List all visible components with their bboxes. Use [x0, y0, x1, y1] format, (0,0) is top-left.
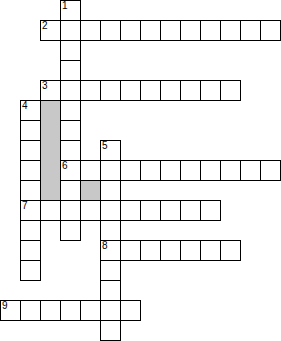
clue-number-3: 3: [42, 81, 48, 91]
grid-cell[interactable]: [40, 300, 61, 321]
grid-cell[interactable]: [60, 180, 81, 201]
grid-cell[interactable]: [140, 240, 161, 261]
grid-cell[interactable]: [60, 300, 81, 321]
clue-number-2: 2: [42, 21, 48, 31]
grid-cell[interactable]: [20, 300, 41, 321]
grid-cell[interactable]: [60, 120, 81, 141]
grid-cell[interactable]: [20, 120, 41, 141]
clue-number-1: 1: [62, 1, 68, 11]
grid-cell[interactable]: [20, 180, 41, 201]
grid-cell[interactable]: [220, 160, 241, 181]
grid-cell[interactable]: [60, 200, 81, 221]
grid-cell[interactable]: [260, 20, 281, 41]
grid-cell[interactable]: [140, 160, 161, 181]
crossword-grid: 123456789: [0, 0, 281, 341]
grid-cell[interactable]: [180, 20, 201, 41]
grid-cell[interactable]: [140, 200, 161, 221]
grid-cell[interactable]: [120, 240, 141, 261]
grid-cell[interactable]: [100, 80, 121, 101]
grid-cell[interactable]: [120, 300, 141, 321]
clue-number-4: 4: [22, 101, 28, 111]
grid-cell[interactable]: [200, 240, 221, 261]
grid-cell[interactable]: [80, 20, 101, 41]
grid-cell[interactable]: [40, 200, 61, 221]
grid-cell[interactable]: [80, 300, 101, 321]
grid-cell[interactable]: [100, 280, 121, 301]
grid-cell[interactable]: [160, 200, 181, 221]
grid-cell[interactable]: [180, 240, 201, 261]
grid-cell[interactable]: [100, 160, 121, 181]
grid-cell[interactable]: [160, 20, 181, 41]
grid-cell[interactable]: [120, 200, 141, 221]
grid-cell[interactable]: [220, 80, 241, 101]
grid-cell[interactable]: [120, 160, 141, 181]
grid-cell[interactable]: [140, 80, 161, 101]
grid-cell[interactable]: [80, 160, 101, 181]
clue-number-9: 9: [2, 301, 8, 311]
grid-cell[interactable]: [220, 20, 241, 41]
grid-cell[interactable]: [60, 20, 81, 41]
grid-cell[interactable]: [180, 200, 201, 221]
grid-cell[interactable]: [160, 80, 181, 101]
clue-number-5: 5: [102, 141, 108, 151]
grid-cell[interactable]: [80, 200, 101, 221]
grid-cell[interactable]: [200, 200, 221, 221]
grid-cell[interactable]: [140, 20, 161, 41]
grid-cell[interactable]: [60, 80, 81, 101]
grid-cell[interactable]: [100, 220, 121, 241]
grid-cell[interactable]: [60, 220, 81, 241]
clue-number-6: 6: [62, 161, 68, 171]
shaded-solution-cell: [40, 100, 61, 201]
grid-cell[interactable]: [120, 80, 141, 101]
grid-cell[interactable]: [20, 240, 41, 261]
grid-cell[interactable]: [100, 180, 121, 201]
grid-cell[interactable]: [240, 20, 261, 41]
grid-cell[interactable]: [100, 260, 121, 281]
clue-number-7: 7: [22, 201, 28, 211]
grid-cell[interactable]: [60, 60, 81, 81]
grid-cell[interactable]: [60, 140, 81, 161]
grid-cell[interactable]: [60, 100, 81, 121]
grid-cell[interactable]: [200, 80, 221, 101]
grid-cell[interactable]: [160, 240, 181, 261]
grid-cell[interactable]: [100, 320, 121, 341]
grid-cell[interactable]: [200, 160, 221, 181]
grid-cell[interactable]: [100, 200, 121, 221]
grid-cell[interactable]: [20, 160, 41, 181]
grid-cell[interactable]: [20, 220, 41, 241]
grid-cell[interactable]: [20, 260, 41, 281]
grid-cell[interactable]: [100, 20, 121, 41]
grid-cell[interactable]: [180, 160, 201, 181]
grid-cell[interactable]: [20, 140, 41, 161]
clue-number-8: 8: [102, 241, 108, 251]
grid-cell[interactable]: [200, 20, 221, 41]
shaded-solution-cell: [80, 180, 101, 201]
grid-cell[interactable]: [120, 20, 141, 41]
grid-cell[interactable]: [160, 160, 181, 181]
grid-cell[interactable]: [180, 80, 201, 101]
grid-cell[interactable]: [80, 80, 101, 101]
grid-cell[interactable]: [100, 300, 121, 321]
grid-cell[interactable]: [220, 240, 241, 261]
grid-cell[interactable]: [260, 160, 281, 181]
grid-cell[interactable]: [240, 160, 261, 181]
grid-cell[interactable]: [60, 40, 81, 61]
